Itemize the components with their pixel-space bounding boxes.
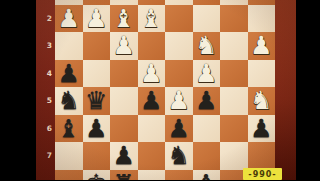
rank-label-2: 2: [36, 5, 52, 33]
square-a5[interactable]: ♞: [248, 87, 276, 115]
white-pawn[interactable]: ♟: [58, 5, 80, 33]
white-bishop[interactable]: ♝: [140, 5, 162, 33]
square-e7[interactable]: [138, 142, 166, 170]
square-g7[interactable]: [83, 142, 111, 170]
chess-board[interactable]: ♚♜♜♟♟♝♝♟♞♟♟♟♟♞♛♟♟♟♞♝♟♟♟♟♞♚♜♝♜: [55, 0, 275, 180]
black-pawn[interactable]: ♟: [58, 60, 80, 88]
black-pawn[interactable]: ♟: [85, 115, 107, 143]
square-h5[interactable]: ♞: [55, 87, 83, 115]
black-pawn[interactable]: ♟: [195, 87, 217, 115]
square-e4[interactable]: ♟: [138, 60, 166, 88]
rank-label-4: 4: [36, 60, 52, 88]
black-knight[interactable]: ♞: [58, 87, 80, 115]
black-pawn[interactable]: ♟: [250, 115, 272, 143]
black-queen[interactable]: ♛: [85, 87, 107, 115]
white-knight[interactable]: ♞: [195, 32, 217, 60]
square-d5[interactable]: ♟: [165, 87, 193, 115]
square-b6[interactable]: [220, 115, 248, 143]
square-h3[interactable]: [55, 32, 83, 60]
white-pawn[interactable]: ♟: [168, 87, 190, 115]
square-e8[interactable]: [138, 170, 166, 181]
square-b4[interactable]: [220, 60, 248, 88]
square-c5[interactable]: ♟: [193, 87, 221, 115]
white-pawn[interactable]: ♟: [113, 32, 135, 60]
white-knight[interactable]: ♞: [250, 87, 272, 115]
square-f6[interactable]: [110, 115, 138, 143]
black-king[interactable]: ♚: [85, 170, 107, 181]
square-d6[interactable]: ♟: [165, 115, 193, 143]
square-f2[interactable]: ♝: [110, 5, 138, 33]
black-rook[interactable]: ♜: [113, 170, 135, 181]
board-right-border: [275, 0, 296, 180]
square-h7[interactable]: [55, 142, 83, 170]
square-h8[interactable]: [55, 170, 83, 181]
square-d7[interactable]: ♞: [165, 142, 193, 170]
yellow-badge: -990-: [243, 168, 282, 180]
rank-label-6: 6: [36, 115, 52, 143]
square-g6[interactable]: ♟: [83, 115, 111, 143]
square-c4[interactable]: ♟: [193, 60, 221, 88]
square-g8[interactable]: ♚: [83, 170, 111, 181]
square-a2[interactable]: [248, 5, 276, 33]
square-f4[interactable]: [110, 60, 138, 88]
square-d4[interactable]: [165, 60, 193, 88]
white-pawn[interactable]: ♟: [140, 60, 162, 88]
square-e3[interactable]: [138, 32, 166, 60]
square-h2[interactable]: ♟: [55, 5, 83, 33]
square-b5[interactable]: [220, 87, 248, 115]
black-pawn[interactable]: ♟: [140, 87, 162, 115]
square-b7[interactable]: [220, 142, 248, 170]
square-h4[interactable]: ♟: [55, 60, 83, 88]
square-b3[interactable]: [220, 32, 248, 60]
square-f3[interactable]: ♟: [110, 32, 138, 60]
square-c2[interactable]: [193, 5, 221, 33]
square-f7[interactable]: ♟: [110, 142, 138, 170]
square-e2[interactable]: ♝: [138, 5, 166, 33]
square-a4[interactable]: [248, 60, 276, 88]
square-c3[interactable]: ♞: [193, 32, 221, 60]
square-c8[interactable]: ♝: [193, 170, 221, 181]
white-pawn[interactable]: ♟: [85, 5, 107, 33]
square-f8[interactable]: ♜: [110, 170, 138, 181]
square-g3[interactable]: [83, 32, 111, 60]
black-pawn[interactable]: ♟: [113, 142, 135, 170]
rank-label-7: 7: [36, 142, 52, 170]
video-frame: ♚♜♜♟♟♝♝♟♞♟♟♟♟♞♛♟♟♟♞♝♟♟♟♟♞♚♜♝♜ 12345678 -…: [0, 0, 320, 180]
square-g4[interactable]: [83, 60, 111, 88]
square-g2[interactable]: ♟: [83, 5, 111, 33]
black-bishop[interactable]: ♝: [195, 170, 217, 181]
square-d3[interactable]: [165, 32, 193, 60]
square-a6[interactable]: ♟: [248, 115, 276, 143]
square-g5[interactable]: ♛: [83, 87, 111, 115]
square-c7[interactable]: [193, 142, 221, 170]
square-d8[interactable]: [165, 170, 193, 181]
white-pawn[interactable]: ♟: [195, 60, 217, 88]
rank-label-8: 8: [36, 170, 52, 181]
square-b2[interactable]: [220, 5, 248, 33]
square-a3[interactable]: ♟: [248, 32, 276, 60]
square-d2[interactable]: [165, 5, 193, 33]
white-bishop[interactable]: ♝: [113, 5, 135, 33]
square-f5[interactable]: [110, 87, 138, 115]
square-e5[interactable]: ♟: [138, 87, 166, 115]
black-knight[interactable]: ♞: [168, 142, 190, 170]
square-e6[interactable]: [138, 115, 166, 143]
rank-label-5: 5: [36, 87, 52, 115]
black-pawn[interactable]: ♟: [168, 115, 190, 143]
square-a7[interactable]: [248, 142, 276, 170]
square-c6[interactable]: [193, 115, 221, 143]
white-pawn[interactable]: ♟: [250, 32, 272, 60]
black-bishop[interactable]: ♝: [58, 115, 80, 143]
square-h6[interactable]: ♝: [55, 115, 83, 143]
rank-label-3: 3: [36, 32, 52, 60]
